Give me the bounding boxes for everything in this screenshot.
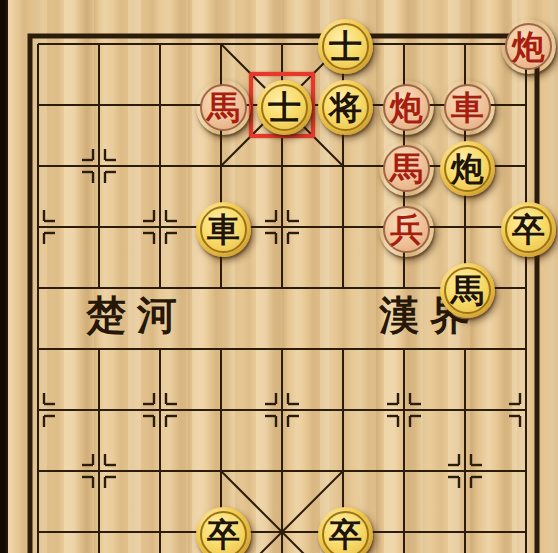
piece-face: 炮 — [383, 84, 430, 131]
piece-red-horse[interactable]: 馬 — [379, 141, 434, 196]
piece-glyph: 卒 — [207, 519, 240, 552]
piece-face: 炮 — [444, 145, 491, 192]
piece-face: 馬 — [444, 267, 491, 314]
piece-black-soldier[interactable]: 卒 — [318, 507, 373, 553]
piece-face: 兵 — [383, 206, 430, 253]
piece-red-cannon[interactable]: 炮 — [501, 19, 556, 74]
piece-glyph: 炮 — [451, 153, 484, 186]
piece-glyph: 卒 — [329, 519, 362, 552]
piece-red-soldier[interactable]: 兵 — [379, 202, 434, 257]
piece-red-horse[interactable]: 馬 — [196, 80, 251, 135]
piece-glyph: 馬 — [451, 275, 484, 308]
piece-face: 車 — [444, 84, 491, 131]
piece-face: 車 — [200, 206, 247, 253]
piece-red-chariot[interactable]: 車 — [440, 80, 495, 135]
piece-face: 卒 — [200, 511, 247, 553]
piece-face: 馬 — [383, 145, 430, 192]
piece-black-horse[interactable]: 馬 — [440, 263, 495, 318]
piece-glyph: 士 — [268, 92, 301, 125]
piece-black-soldier[interactable]: 卒 — [501, 202, 556, 257]
piece-face: 卒 — [322, 511, 369, 553]
piece-black-advisor[interactable]: 士 — [318, 19, 373, 74]
piece-black-cannon[interactable]: 炮 — [440, 141, 495, 196]
pieces-layer: 士炮馬士将炮車馬炮車兵卒馬卒卒 — [10, 16, 558, 553]
piece-glyph: 卒 — [512, 214, 545, 247]
piece-face: 士 — [261, 84, 308, 131]
piece-glyph: 車 — [451, 92, 484, 125]
piece-glyph: 炮 — [512, 31, 545, 64]
piece-face: 馬 — [200, 84, 247, 131]
piece-black-chariot[interactable]: 車 — [196, 202, 251, 257]
piece-glyph: 兵 — [390, 214, 423, 247]
xiangqi-scene: 楚河 漢界 士炮馬士将炮車馬炮車兵卒馬卒卒 — [0, 0, 558, 553]
piece-black-general[interactable]: 将 — [318, 80, 373, 135]
screen-edge-strip — [0, 0, 8, 553]
piece-face: 将 — [322, 84, 369, 131]
piece-glyph: 将 — [329, 92, 362, 125]
piece-red-cannon[interactable]: 炮 — [379, 80, 434, 135]
piece-face: 卒 — [505, 206, 552, 253]
piece-glyph: 炮 — [390, 92, 423, 125]
piece-face: 士 — [322, 23, 369, 70]
piece-black-advisor[interactable]: 士 — [257, 80, 312, 135]
piece-glyph: 馬 — [390, 153, 423, 186]
piece-face: 炮 — [505, 23, 552, 70]
piece-black-soldier[interactable]: 卒 — [196, 507, 251, 553]
piece-glyph: 士 — [329, 31, 362, 64]
piece-glyph: 馬 — [207, 92, 240, 125]
piece-glyph: 車 — [207, 214, 240, 247]
